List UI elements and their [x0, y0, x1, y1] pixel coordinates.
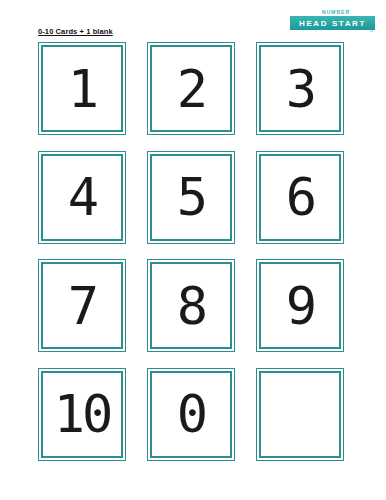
card-digit: 9	[259, 262, 341, 349]
card-digit: 10	[41, 371, 123, 458]
card-3: 3	[256, 42, 344, 135]
card-digit: 0	[150, 371, 232, 458]
page-title: 0-10 Cards + 1 blank	[38, 27, 113, 36]
headstart-logo: HEAD START	[290, 16, 375, 30]
card-grid: 123456789100	[38, 42, 344, 461]
card-digit: 2	[150, 45, 232, 132]
card-8: 8	[147, 259, 235, 352]
document-page: 0-10 Cards + 1 blank NUMBER HEAD START ™…	[0, 0, 386, 500]
card-7: 7	[38, 259, 126, 352]
card-digit: 3	[259, 45, 341, 132]
card-blank	[256, 368, 344, 461]
card-digit: 1	[41, 45, 123, 132]
card-0: 0	[147, 368, 235, 461]
card-digit: 6	[259, 154, 341, 241]
logo-tagline: NUMBER	[290, 9, 350, 15]
card-digit: 5	[150, 154, 232, 241]
card-digit: 8	[150, 262, 232, 349]
card-10: 10	[38, 368, 126, 461]
logo-trademark: ™	[369, 29, 373, 34]
card-blank-face	[259, 371, 341, 458]
card-6: 6	[256, 151, 344, 244]
card-digit: 7	[41, 262, 123, 349]
card-digit: 4	[41, 154, 123, 241]
card-2: 2	[147, 42, 235, 135]
card-1: 1	[38, 42, 126, 135]
card-9: 9	[256, 259, 344, 352]
card-5: 5	[147, 151, 235, 244]
card-4: 4	[38, 151, 126, 244]
